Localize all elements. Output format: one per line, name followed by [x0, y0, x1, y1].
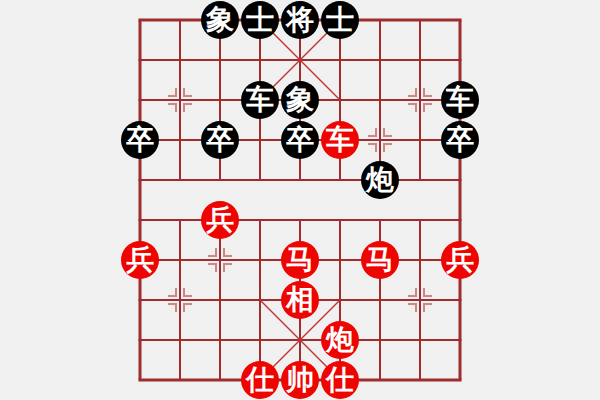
piece-black-cannon[interactable]: 炮: [361, 161, 399, 199]
piece-black-elephant[interactable]: 象: [201, 1, 239, 39]
piece-red-cannon[interactable]: 炮: [321, 321, 359, 359]
piece-red-pawn[interactable]: 兵: [121, 241, 159, 279]
piece-red-rook[interactable]: 车: [321, 121, 359, 159]
pieces-layer: 象士将士车象车卒卒卒车卒炮兵兵马马兵相炮仕帅仕: [0, 0, 600, 400]
piece-black-rook[interactable]: 车: [441, 81, 479, 119]
piece-black-rook[interactable]: 车: [241, 81, 279, 119]
piece-black-king[interactable]: 将: [281, 1, 319, 39]
piece-red-pawn[interactable]: 兵: [201, 201, 239, 239]
piece-black-pawn[interactable]: 卒: [121, 121, 159, 159]
piece-red-elephant[interactable]: 相: [281, 281, 319, 319]
piece-black-elephant[interactable]: 象: [281, 81, 319, 119]
piece-red-advisor[interactable]: 仕: [241, 361, 279, 399]
piece-red-advisor[interactable]: 仕: [321, 361, 359, 399]
piece-red-pawn[interactable]: 兵: [441, 241, 479, 279]
piece-black-advisor[interactable]: 士: [321, 1, 359, 39]
piece-black-advisor[interactable]: 士: [241, 1, 279, 39]
piece-black-pawn[interactable]: 卒: [441, 121, 479, 159]
piece-black-pawn[interactable]: 卒: [201, 121, 239, 159]
piece-red-horse[interactable]: 马: [361, 241, 399, 279]
piece-red-king[interactable]: 帅: [281, 361, 319, 399]
xiangqi-board: 象士将士车象车卒卒卒车卒炮兵兵马马兵相炮仕帅仕: [0, 0, 600, 400]
piece-black-pawn[interactable]: 卒: [281, 121, 319, 159]
piece-red-horse[interactable]: 马: [281, 241, 319, 279]
